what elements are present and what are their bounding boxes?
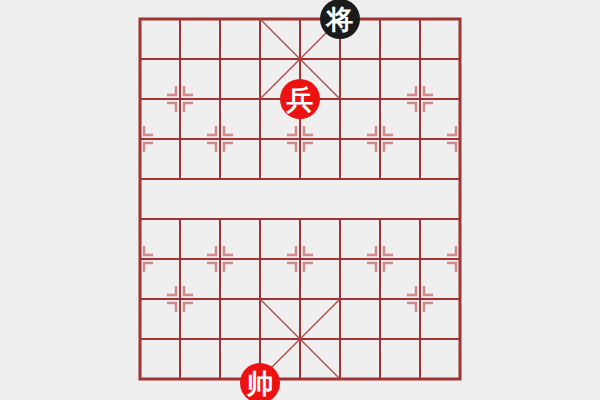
pieces-layer: 将兵帅 (120, 0, 480, 399)
piece-black-general[interactable]: 将 (320, 0, 360, 39)
xiangqi-diagram: 将兵帅 (0, 0, 600, 400)
piece-red-soldier[interactable]: 兵 (280, 79, 320, 119)
piece-red-general[interactable]: 帅 (240, 363, 280, 400)
